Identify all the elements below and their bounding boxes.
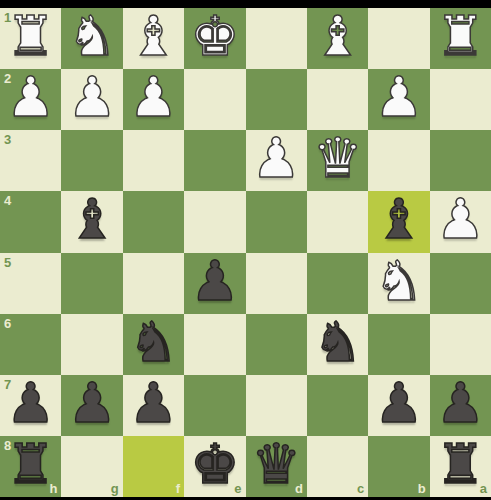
black-pawn-piece[interactable]: ♟ bbox=[374, 376, 423, 431]
square-e3[interactable] bbox=[184, 130, 245, 191]
square-a6[interactable] bbox=[430, 314, 491, 375]
white-bishop-piece[interactable]: ♝ bbox=[129, 9, 178, 64]
rank-label-5: 5 bbox=[4, 256, 11, 269]
square-b7[interactable]: ♟ bbox=[368, 375, 429, 436]
square-d5[interactable] bbox=[246, 253, 307, 314]
square-h8[interactable]: 8h♜ bbox=[0, 436, 61, 497]
rank-label-4: 4 bbox=[4, 194, 11, 207]
square-a8[interactable]: a♜ bbox=[430, 436, 491, 497]
square-g6[interactable] bbox=[61, 314, 122, 375]
square-f7[interactable]: ♟ bbox=[123, 375, 184, 436]
square-d7[interactable] bbox=[246, 375, 307, 436]
square-a7[interactable]: ♟ bbox=[430, 375, 491, 436]
black-king-piece[interactable]: ♚ bbox=[190, 437, 239, 492]
white-rook-piece[interactable]: ♜ bbox=[6, 9, 55, 64]
file-label-b: b bbox=[418, 482, 426, 495]
square-c6[interactable]: ♞ bbox=[307, 314, 368, 375]
square-d2[interactable] bbox=[246, 69, 307, 130]
black-bishop-piece[interactable]: ♝ bbox=[67, 192, 116, 247]
white-pawn-piece[interactable]: ♟ bbox=[67, 70, 116, 125]
square-g1[interactable]: ♞ bbox=[61, 8, 122, 69]
white-bishop-piece[interactable]: ♝ bbox=[313, 9, 362, 64]
file-label-f: f bbox=[176, 482, 180, 495]
rank-label-3: 3 bbox=[4, 133, 11, 146]
square-h2[interactable]: 2♟ bbox=[0, 69, 61, 130]
square-b8[interactable]: b bbox=[368, 436, 429, 497]
black-pawn-piece[interactable]: ♟ bbox=[436, 376, 485, 431]
square-f3[interactable] bbox=[123, 130, 184, 191]
square-h7[interactable]: 7♟ bbox=[0, 375, 61, 436]
square-e6[interactable] bbox=[184, 314, 245, 375]
square-e7[interactable] bbox=[184, 375, 245, 436]
square-a5[interactable] bbox=[430, 253, 491, 314]
square-d3[interactable]: ♟ bbox=[246, 130, 307, 191]
black-pawn-piece[interactable]: ♟ bbox=[190, 254, 239, 309]
square-d1[interactable] bbox=[246, 8, 307, 69]
square-e4[interactable] bbox=[184, 191, 245, 252]
square-d6[interactable] bbox=[246, 314, 307, 375]
square-c8[interactable]: c bbox=[307, 436, 368, 497]
black-rook-piece[interactable]: ♜ bbox=[436, 437, 485, 492]
white-knight-piece[interactable]: ♞ bbox=[67, 9, 116, 64]
square-f4[interactable] bbox=[123, 191, 184, 252]
black-rook-piece[interactable]: ♜ bbox=[6, 437, 55, 492]
black-bishop-piece[interactable]: ♝ bbox=[374, 192, 423, 247]
white-pawn-piece[interactable]: ♟ bbox=[436, 192, 485, 247]
square-c7[interactable] bbox=[307, 375, 368, 436]
square-c4[interactable] bbox=[307, 191, 368, 252]
square-a3[interactable] bbox=[430, 130, 491, 191]
white-queen-piece[interactable]: ♛ bbox=[313, 131, 362, 186]
file-label-g: g bbox=[111, 482, 119, 495]
square-a1[interactable]: ♜ bbox=[430, 8, 491, 69]
square-a2[interactable] bbox=[430, 69, 491, 130]
square-g7[interactable]: ♟ bbox=[61, 375, 122, 436]
square-g5[interactable] bbox=[61, 253, 122, 314]
square-c3[interactable]: ♛ bbox=[307, 130, 368, 191]
white-pawn-piece[interactable]: ♟ bbox=[6, 70, 55, 125]
square-g2[interactable]: ♟ bbox=[61, 69, 122, 130]
rank-label-6: 6 bbox=[4, 317, 11, 330]
square-e8[interactable]: e♚ bbox=[184, 436, 245, 497]
square-b1[interactable] bbox=[368, 8, 429, 69]
square-c1[interactable]: ♝ bbox=[307, 8, 368, 69]
square-g4[interactable]: ♝ bbox=[61, 191, 122, 252]
black-pawn-piece[interactable]: ♟ bbox=[67, 376, 116, 431]
black-pawn-piece[interactable]: ♟ bbox=[6, 376, 55, 431]
square-g3[interactable] bbox=[61, 130, 122, 191]
square-h4[interactable]: 4 bbox=[0, 191, 61, 252]
square-f5[interactable] bbox=[123, 253, 184, 314]
square-b2[interactable]: ♟ bbox=[368, 69, 429, 130]
black-knight-piece[interactable]: ♞ bbox=[129, 315, 178, 370]
square-c2[interactable] bbox=[307, 69, 368, 130]
square-b6[interactable] bbox=[368, 314, 429, 375]
white-pawn-piece[interactable]: ♟ bbox=[129, 70, 178, 125]
file-label-c: c bbox=[357, 482, 364, 495]
square-e5[interactable]: ♟ bbox=[184, 253, 245, 314]
square-f8[interactable]: f bbox=[123, 436, 184, 497]
black-pawn-piece[interactable]: ♟ bbox=[129, 376, 178, 431]
square-h6[interactable]: 6 bbox=[0, 314, 61, 375]
square-f6[interactable]: ♞ bbox=[123, 314, 184, 375]
square-c5[interactable] bbox=[307, 253, 368, 314]
white-king-piece[interactable]: ♚ bbox=[190, 9, 239, 64]
white-rook-piece[interactable]: ♜ bbox=[436, 9, 485, 64]
square-h1[interactable]: 1♜ bbox=[0, 8, 61, 69]
black-queen-piece[interactable]: ♛ bbox=[252, 437, 301, 492]
square-a4[interactable]: ♟ bbox=[430, 191, 491, 252]
white-pawn-piece[interactable]: ♟ bbox=[252, 131, 301, 186]
black-knight-piece[interactable]: ♞ bbox=[313, 315, 362, 370]
square-b5[interactable]: ♞ bbox=[368, 253, 429, 314]
square-d4[interactable] bbox=[246, 191, 307, 252]
square-b3[interactable] bbox=[368, 130, 429, 191]
square-e1[interactable]: ♚ bbox=[184, 8, 245, 69]
chess-board[interactable]: 1♜♞♝♚♝♜2♟♟♟♟3♟♛4♝♝♟5♟♞6♞♞7♟♟♟♟♟8h♜gfe♚d♛… bbox=[0, 8, 491, 497]
square-b4[interactable]: ♝ bbox=[368, 191, 429, 252]
square-f1[interactable]: ♝ bbox=[123, 8, 184, 69]
square-f2[interactable]: ♟ bbox=[123, 69, 184, 130]
square-d8[interactable]: d♛ bbox=[246, 436, 307, 497]
white-pawn-piece[interactable]: ♟ bbox=[374, 70, 423, 125]
chess-app-screen: 1♜♞♝♚♝♜2♟♟♟♟3♟♛4♝♝♟5♟♞6♞♞7♟♟♟♟♟8h♜gfe♚d♛… bbox=[0, 0, 491, 500]
square-h3[interactable]: 3 bbox=[0, 130, 61, 191]
square-g8[interactable]: g bbox=[61, 436, 122, 497]
white-knight-piece[interactable]: ♞ bbox=[374, 254, 423, 309]
top-frame-bar bbox=[0, 0, 491, 8]
square-e2[interactable] bbox=[184, 69, 245, 130]
square-h5[interactable]: 5 bbox=[0, 253, 61, 314]
